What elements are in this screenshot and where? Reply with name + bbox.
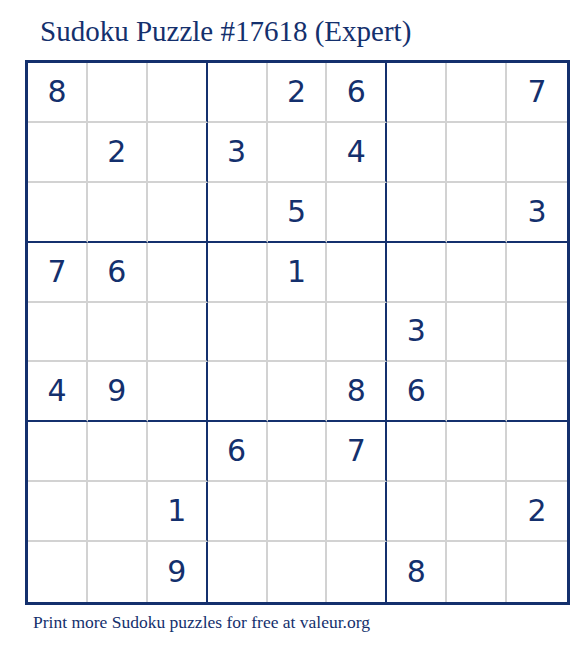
sudoku-cell-r3c9: 3 xyxy=(507,183,567,243)
sudoku-cell-r1c8 xyxy=(447,63,507,123)
sudoku-cell-r6c2: 9 xyxy=(88,362,148,422)
sudoku-cell-r9c4 xyxy=(208,542,268,602)
sudoku-cell-r3c8 xyxy=(447,183,507,243)
sudoku-cell-r2c2: 2 xyxy=(88,123,148,183)
sudoku-cell-r7c1 xyxy=(28,422,88,482)
sudoku-cell-r7c9 xyxy=(507,422,567,482)
sudoku-cell-r8c1 xyxy=(28,482,88,542)
sudoku-cell-r6c6: 8 xyxy=(327,362,387,422)
sudoku-cell-r5c2 xyxy=(88,303,148,363)
sudoku-cell-r6c4 xyxy=(208,362,268,422)
sudoku-cell-r4c9 xyxy=(507,243,567,303)
sudoku-cell-r8c5 xyxy=(268,482,328,542)
sudoku-cell-r7c5 xyxy=(268,422,328,482)
sudoku-cell-r4c8 xyxy=(447,243,507,303)
sudoku-cell-r9c2 xyxy=(88,542,148,602)
sudoku-cell-r6c1: 4 xyxy=(28,362,88,422)
sudoku-cell-r7c8 xyxy=(447,422,507,482)
sudoku-cell-r4c5: 1 xyxy=(268,243,328,303)
sudoku-cell-r3c2 xyxy=(88,183,148,243)
sudoku-cell-r1c2 xyxy=(88,63,148,123)
sudoku-cell-r9c9 xyxy=(507,542,567,602)
sudoku-cell-r5c7: 3 xyxy=(387,303,447,363)
sudoku-cell-r1c6: 6 xyxy=(327,63,387,123)
sudoku-cell-r7c3 xyxy=(148,422,208,482)
sudoku-cell-r2c9 xyxy=(507,123,567,183)
sudoku-cell-r8c2 xyxy=(88,482,148,542)
sudoku-cell-r4c2: 6 xyxy=(88,243,148,303)
sudoku-cell-r9c8 xyxy=(447,542,507,602)
sudoku-cell-r9c6 xyxy=(327,542,387,602)
sudoku-cell-r9c7: 8 xyxy=(387,542,447,602)
sudoku-cell-r5c1 xyxy=(28,303,88,363)
sudoku-cell-r9c3: 9 xyxy=(148,542,208,602)
sudoku-cell-r8c8 xyxy=(447,482,507,542)
sudoku-cell-r3c4 xyxy=(208,183,268,243)
sudoku-cell-r8c6 xyxy=(327,482,387,542)
sudoku-cell-r1c9: 7 xyxy=(507,63,567,123)
sudoku-cell-r4c4 xyxy=(208,243,268,303)
sudoku-cell-r7c2 xyxy=(88,422,148,482)
sudoku-cell-r8c3: 1 xyxy=(148,482,208,542)
sudoku-cell-r3c3 xyxy=(148,183,208,243)
sudoku-cell-r3c1 xyxy=(28,183,88,243)
sudoku-cell-r9c1 xyxy=(28,542,88,602)
sudoku-cell-r3c5: 5 xyxy=(268,183,328,243)
sudoku-cell-r2c1 xyxy=(28,123,88,183)
sudoku-cell-r5c3 xyxy=(148,303,208,363)
sudoku-cell-r5c9 xyxy=(507,303,567,363)
sudoku-cell-r1c3 xyxy=(148,63,208,123)
sudoku-cell-r8c7 xyxy=(387,482,447,542)
sudoku-board: 82672345376134986671298 xyxy=(25,60,570,605)
sudoku-cell-r7c4: 6 xyxy=(208,422,268,482)
sudoku-cell-r8c4 xyxy=(208,482,268,542)
sudoku-cell-r7c7 xyxy=(387,422,447,482)
footer-credit: Print more Sudoku puzzles for free at va… xyxy=(33,612,370,633)
sudoku-cell-r2c8 xyxy=(447,123,507,183)
sudoku-cell-r4c1: 7 xyxy=(28,243,88,303)
sudoku-cell-r4c3 xyxy=(148,243,208,303)
sudoku-cell-r5c5 xyxy=(268,303,328,363)
sudoku-cell-r8c9: 2 xyxy=(507,482,567,542)
page-title: Sudoku Puzzle #17618 (Expert) xyxy=(40,15,411,48)
sudoku-cell-r5c8 xyxy=(447,303,507,363)
sudoku-cell-r2c3 xyxy=(148,123,208,183)
sudoku-cell-r6c8 xyxy=(447,362,507,422)
sudoku-cell-r2c6: 4 xyxy=(327,123,387,183)
sudoku-cell-r1c1: 8 xyxy=(28,63,88,123)
sudoku-cell-r3c7 xyxy=(387,183,447,243)
sudoku-cell-r7c6: 7 xyxy=(327,422,387,482)
sudoku-cell-r4c6 xyxy=(327,243,387,303)
sudoku-cell-r1c4 xyxy=(208,63,268,123)
sudoku-cell-r5c4 xyxy=(208,303,268,363)
sudoku-cell-r1c7 xyxy=(387,63,447,123)
sudoku-cell-r6c3 xyxy=(148,362,208,422)
sudoku-cell-r9c5 xyxy=(268,542,328,602)
sudoku-cell-r1c5: 2 xyxy=(268,63,328,123)
sudoku-cell-r3c6 xyxy=(327,183,387,243)
sudoku-cell-r2c4: 3 xyxy=(208,123,268,183)
sudoku-cell-r6c9 xyxy=(507,362,567,422)
sudoku-cell-r5c6 xyxy=(327,303,387,363)
sudoku-cell-r4c7 xyxy=(387,243,447,303)
sudoku-cell-r2c7 xyxy=(387,123,447,183)
sudoku-cell-r6c5 xyxy=(268,362,328,422)
sudoku-cell-r2c5 xyxy=(268,123,328,183)
sudoku-cell-r6c7: 6 xyxy=(387,362,447,422)
